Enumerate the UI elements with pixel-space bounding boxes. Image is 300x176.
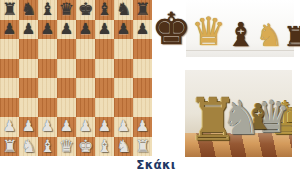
square-g5	[114, 59, 133, 79]
square-g7: ♟	[114, 20, 133, 40]
square-e2: ♟	[76, 117, 95, 137]
light-knight-icon: ♞	[256, 21, 284, 50]
square-g2: ♟	[114, 117, 133, 137]
dark-bishop-icon: ♝	[226, 19, 256, 50]
square-h5	[133, 59, 152, 79]
white-pawn: ♟	[41, 119, 54, 134]
square-f6	[95, 39, 114, 59]
white-pawn: ♟	[98, 119, 111, 134]
white-pawn: ♟	[60, 119, 73, 134]
white-bishop: ♝	[97, 138, 112, 155]
black-pawn: ♟	[98, 22, 111, 37]
square-d8: ♛	[57, 0, 76, 20]
square-b8: ♞	[19, 0, 38, 20]
black-pawn: ♟	[3, 22, 16, 37]
square-b3	[19, 98, 38, 118]
black-knight: ♞	[116, 1, 131, 18]
square-c4	[38, 78, 57, 98]
black-queen: ♛	[59, 1, 74, 18]
square-b6	[19, 39, 38, 59]
square-f8: ♝	[95, 0, 114, 20]
square-b4	[19, 78, 38, 98]
square-c8: ♝	[38, 0, 57, 20]
white-pawn: ♟	[79, 119, 92, 134]
square-h7: ♟	[133, 20, 152, 40]
square-f1: ♝	[95, 137, 114, 157]
white-pawn: ♟	[136, 119, 149, 134]
square-d2: ♟	[57, 117, 76, 137]
square-e8: ♚	[76, 0, 95, 20]
white-pawn: ♟	[3, 119, 16, 134]
square-e1: ♚	[76, 137, 95, 157]
square-h8: ♜	[133, 0, 152, 20]
square-h3	[133, 98, 152, 118]
square-b7: ♟	[19, 20, 38, 40]
metal-chess-pieces-photo: ♜♞♝♛♚	[185, 70, 292, 157]
square-d4	[57, 78, 76, 98]
square-d6	[57, 39, 76, 59]
white-knight: ♞	[116, 138, 131, 155]
square-f7: ♟	[95, 20, 114, 40]
white-queen: ♛	[59, 138, 74, 155]
square-d5	[57, 59, 76, 79]
black-pawn: ♟	[60, 22, 73, 37]
white-rook: ♜	[135, 138, 150, 155]
square-e4	[76, 78, 95, 98]
wooden-chess-pieces-image: ♚♛♝♞♜♟	[186, 0, 294, 57]
black-rook: ♜	[135, 1, 150, 18]
white-bishop: ♝	[40, 138, 55, 155]
square-c7: ♟	[38, 20, 57, 40]
square-f2: ♟	[95, 117, 114, 137]
black-pawn: ♟	[22, 22, 35, 37]
black-pawn: ♟	[117, 22, 130, 37]
white-pawn: ♟	[22, 119, 35, 134]
square-e6	[76, 39, 95, 59]
black-pawn: ♟	[79, 22, 92, 37]
wooden-pieces-row: ♚♛♝♞♜♟	[186, 8, 294, 51]
white-king: ♚	[78, 138, 93, 155]
square-g4	[114, 78, 133, 98]
square-h1: ♜	[133, 137, 152, 157]
square-c3	[38, 98, 57, 118]
black-pawn: ♟	[41, 22, 54, 37]
dark-king-icon: ♚	[152, 8, 191, 50]
square-f3	[95, 98, 114, 118]
square-a1: ♜	[0, 137, 19, 157]
square-a4	[0, 78, 19, 98]
black-bishop: ♝	[40, 1, 55, 18]
square-g8: ♞	[114, 0, 133, 20]
square-e5	[76, 59, 95, 79]
square-a8: ♜	[0, 0, 19, 20]
square-g1: ♞	[114, 137, 133, 157]
square-b1: ♞	[19, 137, 38, 157]
square-g6	[114, 39, 133, 59]
page: ♜♞♝♛♚♝♞♜♟♟♟♟♟♟♟♟♟♟♟♟♟♟♟♟♜♞♝♛♚♝♞♜ ♚♛♝♞♜♟ …	[0, 0, 300, 176]
chess-board: ♜♞♝♛♚♝♞♜♟♟♟♟♟♟♟♟♟♟♟♟♟♟♟♟♜♞♝♛♚♝♞♜	[0, 0, 152, 156]
square-b5	[19, 59, 38, 79]
black-king: ♚	[78, 1, 93, 18]
square-a2: ♟	[0, 117, 19, 137]
square-b2: ♟	[19, 117, 38, 137]
light-queen-icon: ♛	[191, 13, 226, 50]
square-g3	[114, 98, 133, 118]
square-c6	[38, 39, 57, 59]
black-knight: ♞	[21, 1, 36, 18]
square-e7: ♟	[76, 20, 95, 40]
square-h2: ♟	[133, 117, 152, 137]
square-a3	[0, 98, 19, 118]
square-f5	[95, 59, 114, 79]
square-h4	[133, 78, 152, 98]
square-c2: ♟	[38, 117, 57, 137]
white-pawn: ♟	[117, 119, 130, 134]
brass-rook-icon: ♜	[187, 91, 239, 149]
square-h6	[133, 39, 152, 59]
square-a7: ♟	[0, 20, 19, 40]
black-rook: ♜	[2, 1, 17, 18]
white-knight: ♞	[21, 138, 36, 155]
square-f4	[95, 78, 114, 98]
square-a5	[0, 59, 19, 79]
square-d7: ♟	[57, 20, 76, 40]
square-d1: ♛	[57, 137, 76, 157]
square-a6	[0, 39, 19, 59]
black-pawn: ♟	[136, 22, 149, 37]
square-d3	[57, 98, 76, 118]
square-c1: ♝	[38, 137, 57, 157]
white-rook: ♜	[2, 138, 17, 155]
dark-rook-icon: ♜	[283, 24, 300, 50]
black-bishop: ♝	[97, 1, 112, 18]
caption-skaki: Σκάκι	[110, 158, 202, 172]
square-c5	[38, 59, 57, 79]
square-e3	[76, 98, 95, 118]
